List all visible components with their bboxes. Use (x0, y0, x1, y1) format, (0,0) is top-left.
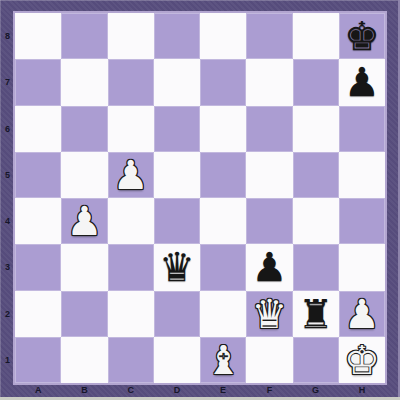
rank-label-7: 7 (0, 59, 15, 105)
square-c6[interactable] (108, 106, 154, 152)
square-a5[interactable] (15, 152, 61, 198)
square-a8[interactable] (15, 13, 61, 59)
piece-white-bishop[interactable]: ♝ (200, 337, 246, 383)
square-g2[interactable]: ♜ (293, 291, 339, 337)
piece-black-king[interactable]: ♚ (339, 13, 385, 59)
square-g1[interactable] (293, 337, 339, 383)
file-label-e: E (200, 383, 246, 397)
square-b2[interactable] (61, 291, 107, 337)
square-d4[interactable] (154, 198, 200, 244)
square-f3[interactable]: ♟ (246, 244, 292, 290)
square-b3[interactable] (61, 244, 107, 290)
square-c4[interactable] (108, 198, 154, 244)
square-g6[interactable] (293, 106, 339, 152)
piece-white-pawn[interactable]: ♟ (108, 152, 154, 198)
square-b5[interactable] (61, 152, 107, 198)
square-e8[interactable] (200, 13, 246, 59)
square-g7[interactable] (293, 59, 339, 105)
piece-black-queen[interactable]: ♛ (154, 244, 200, 290)
square-b8[interactable] (61, 13, 107, 59)
rank-label-8: 8 (0, 13, 15, 59)
piece-black-pawn[interactable]: ♟ (246, 244, 292, 290)
file-label-g: G (293, 383, 339, 397)
piece-black-rook[interactable]: ♜ (293, 291, 339, 337)
square-f4[interactable] (246, 198, 292, 244)
square-e1[interactable]: ♝ (200, 337, 246, 383)
square-h7[interactable]: ♟ (339, 59, 385, 105)
square-a3[interactable] (15, 244, 61, 290)
square-e3[interactable] (200, 244, 246, 290)
file-label-d: D (154, 383, 200, 397)
square-b7[interactable] (61, 59, 107, 105)
square-c5[interactable]: ♟ (108, 152, 154, 198)
square-f8[interactable] (246, 13, 292, 59)
square-b1[interactable] (61, 337, 107, 383)
square-g8[interactable] (293, 13, 339, 59)
square-f7[interactable] (246, 59, 292, 105)
square-a2[interactable] (15, 291, 61, 337)
square-d6[interactable] (154, 106, 200, 152)
file-label-c: C (108, 383, 154, 397)
square-b4[interactable]: ♟ (61, 198, 107, 244)
square-b6[interactable] (61, 106, 107, 152)
square-h3[interactable] (339, 244, 385, 290)
square-a6[interactable] (15, 106, 61, 152)
square-d5[interactable] (154, 152, 200, 198)
square-e7[interactable] (200, 59, 246, 105)
file-label-a: A (15, 383, 61, 397)
square-d1[interactable] (154, 337, 200, 383)
square-e6[interactable] (200, 106, 246, 152)
chessboard: ♚♟♟♟♛♟♛♜♟♝♚ (15, 13, 385, 383)
square-c7[interactable] (108, 59, 154, 105)
square-d8[interactable] (154, 13, 200, 59)
rank-label-1: 1 (0, 337, 15, 383)
rank-labels: 87654321 (0, 13, 15, 383)
square-a4[interactable] (15, 198, 61, 244)
file-label-b: B (61, 383, 107, 397)
piece-white-pawn[interactable]: ♟ (61, 198, 107, 244)
square-g3[interactable] (293, 244, 339, 290)
piece-black-pawn[interactable]: ♟ (339, 59, 385, 105)
square-e2[interactable] (200, 291, 246, 337)
piece-white-queen[interactable]: ♛ (246, 291, 292, 337)
chessboard-frame: ♚♟♟♟♛♟♛♜♟♝♚ 87654321 ABCDEFGH (0, 0, 400, 400)
rank-label-6: 6 (0, 106, 15, 152)
rank-label-2: 2 (0, 291, 15, 337)
square-h4[interactable] (339, 198, 385, 244)
square-h6[interactable] (339, 106, 385, 152)
rank-label-4: 4 (0, 198, 15, 244)
square-h8[interactable]: ♚ (339, 13, 385, 59)
piece-white-king[interactable]: ♚ (339, 337, 385, 383)
square-c2[interactable] (108, 291, 154, 337)
piece-white-pawn[interactable]: ♟ (339, 291, 385, 337)
file-label-h: H (339, 383, 385, 397)
square-d2[interactable] (154, 291, 200, 337)
square-h2[interactable]: ♟ (339, 291, 385, 337)
rank-label-3: 3 (0, 244, 15, 290)
file-labels: ABCDEFGH (15, 383, 385, 397)
square-a1[interactable] (15, 337, 61, 383)
square-h1[interactable]: ♚ (339, 337, 385, 383)
square-f6[interactable] (246, 106, 292, 152)
square-e5[interactable] (200, 152, 246, 198)
square-h5[interactable] (339, 152, 385, 198)
square-c1[interactable] (108, 337, 154, 383)
square-a7[interactable] (15, 59, 61, 105)
square-c3[interactable] (108, 244, 154, 290)
square-d3[interactable]: ♛ (154, 244, 200, 290)
square-e4[interactable] (200, 198, 246, 244)
rank-label-5: 5 (0, 152, 15, 198)
square-g5[interactable] (293, 152, 339, 198)
square-f1[interactable] (246, 337, 292, 383)
square-c8[interactable] (108, 13, 154, 59)
square-f5[interactable] (246, 152, 292, 198)
square-f2[interactable]: ♛ (246, 291, 292, 337)
square-d7[interactable] (154, 59, 200, 105)
square-g4[interactable] (293, 198, 339, 244)
file-label-f: F (246, 383, 292, 397)
